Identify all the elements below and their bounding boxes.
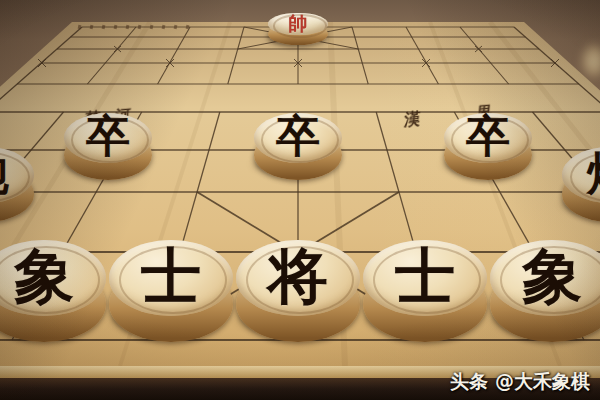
piece-glyph: 士 xyxy=(141,246,201,306)
watermark-handle: @大禾象棋 xyxy=(495,370,590,392)
piece-glyph: 炮 xyxy=(0,150,9,196)
piece-glyph: 象 xyxy=(14,246,74,306)
piece-glyph: 帥 xyxy=(289,14,308,33)
piece-glyph: 士 xyxy=(395,246,455,306)
piece-glyph: 炮 xyxy=(587,150,600,196)
xiangqi-photo-scene: 楚河 漢界 帥卒卒卒炮炮象士将士象 头条@大禾象棋 xyxy=(0,0,600,400)
piece-glyph: 卒 xyxy=(466,114,510,158)
piece-glyph: 卒 xyxy=(276,114,320,158)
piece-glyph: 将 xyxy=(268,246,328,306)
piece-glyph: 象 xyxy=(522,246,582,306)
watermark-badge: 头条 xyxy=(450,370,488,392)
watermark: 头条@大禾象棋 xyxy=(450,369,590,395)
piece-glyph: 卒 xyxy=(86,114,130,158)
pieces-layer: 帥卒卒卒炮炮象士将士象 xyxy=(0,0,600,400)
